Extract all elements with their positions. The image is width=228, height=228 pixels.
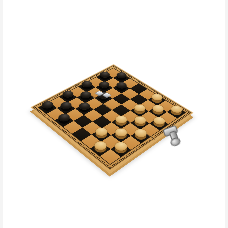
light-piece-g5 <box>132 118 148 129</box>
light-piece-f2 <box>93 129 109 140</box>
dark-piece-c1 <box>56 115 72 125</box>
board-3d-stage <box>31 64 194 171</box>
light-piece-f4 <box>113 117 129 127</box>
dark-piece-c7 <box>114 84 128 93</box>
light-piece-g1 <box>92 143 109 155</box>
product-photo <box>0 0 228 228</box>
light-piece-g3 <box>113 130 129 141</box>
photo-right-margin <box>225 0 228 228</box>
light-piece-f8 <box>149 96 164 105</box>
dark-piece-c3 <box>77 104 92 114</box>
checkers-board <box>31 64 194 171</box>
light-piece-f6 <box>132 106 147 116</box>
light-piece-h4 <box>132 131 148 142</box>
light-piece-h2 <box>112 144 129 156</box>
dark-piece-a3 <box>61 93 76 102</box>
photo-left-margin <box>0 0 3 228</box>
